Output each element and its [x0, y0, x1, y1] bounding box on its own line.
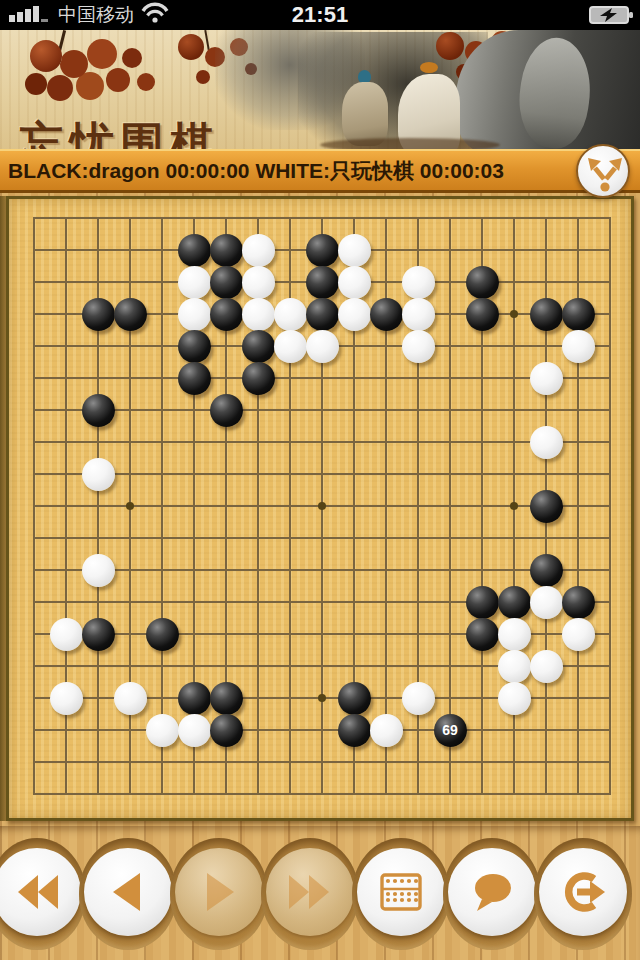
white-stone: [402, 330, 435, 363]
star-point: [318, 502, 326, 510]
black-stone: [82, 298, 115, 331]
black-stone: [466, 298, 499, 331]
black-stone: [178, 362, 211, 395]
black-stone: [562, 298, 595, 331]
white-stone: [530, 586, 563, 619]
forward-icon: [195, 868, 243, 916]
black-stone: [498, 586, 531, 619]
app-title: 忘忧围棋: [20, 114, 220, 150]
black-stone: [146, 618, 179, 651]
white-stone: [274, 330, 307, 363]
black-stone: [530, 554, 563, 587]
star-point: [318, 694, 326, 702]
seated-figure-art: [396, 62, 466, 150]
banner-branch: [204, 30, 209, 50]
rewind-icon: [13, 868, 61, 916]
white-stone: [242, 266, 275, 299]
white-stone: [530, 426, 563, 459]
branch-arrows-icon: [581, 149, 629, 197]
black-stone: [82, 394, 115, 427]
white-stone: [82, 458, 115, 491]
white-stone: [114, 682, 147, 715]
players-and-clocks-label: BLACK:dragon 00:00:00 WHITE:只玩快棋 00:00:0…: [0, 157, 504, 185]
black-stone: [306, 298, 339, 331]
clock-time-label: 21:51: [0, 2, 640, 28]
white-stone: [498, 618, 531, 651]
white-stone: [402, 298, 435, 331]
black-stone: [210, 394, 243, 427]
black-stone: [210, 682, 243, 715]
pass-continue-button[interactable]: [534, 838, 632, 950]
black-stone: [210, 714, 243, 747]
white-stone: [178, 266, 211, 299]
black-stone: [178, 682, 211, 715]
white-stone: [562, 330, 595, 363]
abacus-icon: [377, 868, 425, 916]
battery-charging-icon: [588, 4, 634, 30]
white-stone: [498, 682, 531, 715]
white-stone: [242, 234, 275, 267]
red-leaves-art: [178, 34, 204, 60]
rewind-to-start-button[interactable]: [0, 838, 86, 950]
step-back-button[interactable]: [79, 838, 177, 950]
white-stone: [338, 298, 371, 331]
app-screen: 中国移动 21:51: [0, 0, 640, 960]
white-stone: [178, 714, 211, 747]
white-stone: [50, 682, 83, 715]
white-stone: [498, 650, 531, 683]
black-stone: [178, 330, 211, 363]
black-stone: [178, 234, 211, 267]
white-stone: [562, 618, 595, 651]
step-forward-button[interactable]: [170, 838, 268, 950]
status-bar: 中国移动 21:51: [0, 0, 640, 30]
black-stone: [306, 266, 339, 299]
white-stone: [274, 298, 307, 331]
black-stone: [242, 362, 275, 395]
star-point: [126, 502, 134, 510]
last-move-number: 69: [434, 714, 467, 747]
back-icon: [104, 868, 152, 916]
white-stone: [178, 298, 211, 331]
white-stone: [306, 330, 339, 363]
black-stone: 69: [434, 714, 467, 747]
speech-bubble-icon: [468, 868, 516, 916]
white-stone: [146, 714, 179, 747]
white-stone: [530, 362, 563, 395]
white-stone: [402, 266, 435, 299]
banner: 忘忧围棋: [0, 30, 640, 150]
white-stone: [82, 554, 115, 587]
game-info-bar: BLACK:dragon 00:00:00 WHITE:只玩快棋 00:00:0…: [0, 149, 640, 193]
star-point: [510, 502, 518, 510]
black-stone: [530, 298, 563, 331]
white-stone: [370, 714, 403, 747]
black-stone: [530, 490, 563, 523]
star-point: [510, 310, 518, 318]
count-score-button[interactable]: [352, 838, 450, 950]
white-stone: [50, 618, 83, 651]
black-stone: [306, 234, 339, 267]
black-stone: [338, 714, 371, 747]
share-button[interactable]: [576, 144, 630, 198]
circle-arrow-icon: [559, 868, 607, 916]
fast-forward-icon: [286, 868, 334, 916]
black-stone: [466, 618, 499, 651]
go-board-grid[interactable]: 69: [18, 202, 626, 810]
black-stone: [370, 298, 403, 331]
black-stone: [338, 682, 371, 715]
toolbar: [0, 826, 640, 960]
black-stone: [466, 266, 499, 299]
black-stone: [210, 234, 243, 267]
white-stone: [530, 650, 563, 683]
black-stone: [210, 298, 243, 331]
black-stone: [466, 586, 499, 619]
red-leaves-art: [30, 40, 62, 72]
white-stone: [338, 266, 371, 299]
black-stone: [210, 266, 243, 299]
chat-button[interactable]: [443, 838, 541, 950]
black-stone: [562, 586, 595, 619]
black-stone: [242, 330, 275, 363]
white-stone: [402, 682, 435, 715]
black-stone: [82, 618, 115, 651]
white-stone: [338, 234, 371, 267]
fast-forward-button[interactable]: [261, 838, 359, 950]
white-stone: [242, 298, 275, 331]
red-leaves-art: [436, 32, 464, 60]
black-stone: [114, 298, 147, 331]
